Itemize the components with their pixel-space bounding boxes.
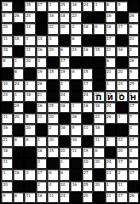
letter-cell-r9c12[interactable]: 2Н <box>128 91 140 102</box>
cell-code-number: 10 <box>61 182 66 187</box>
cell-code-number: 24 <box>3 92 8 97</box>
cell-code-number: 14 <box>38 36 43 41</box>
cell-code-number: 19 <box>38 69 43 74</box>
letter-cell-r14c1[interactable]: 18 <box>1 147 13 158</box>
black-cell-r4c6 <box>59 35 71 46</box>
cell-code-number: 16 <box>95 103 100 108</box>
letter-cell-r14c5[interactable]: 15 <box>47 147 59 158</box>
cell-code-number: 3 <box>38 58 40 63</box>
black-cell-r12c11 <box>116 124 128 135</box>
letter-cell-r13c1[interactable]: 21 <box>1 136 13 147</box>
letter-cell-r9c10[interactable]: 17И <box>105 91 117 102</box>
cell-code-number: 4 <box>49 182 51 187</box>
cell-code-number: 20 <box>26 58 31 63</box>
letter-cell-r4c3[interactable]: 1 <box>24 35 36 46</box>
letter-cell-r12c3[interactable]: 20 <box>24 124 36 135</box>
letter-cell-r6c6[interactable]: 17 <box>59 57 71 68</box>
revealed-letter: О <box>117 95 127 101</box>
letter-cell-r6c1[interactable]: 8 <box>1 57 13 68</box>
cell-code-number: 3 <box>26 170 28 175</box>
letter-cell-r14c6[interactable]: 20 <box>59 147 71 158</box>
letter-cell-r1c3[interactable]: 15 <box>24 1 36 12</box>
letter-cell-r15c9[interactable]: 20 <box>93 158 105 169</box>
cell-code-number: 6 <box>130 159 132 164</box>
letter-cell-r8c3[interactable]: 1 <box>24 80 36 91</box>
black-cell-r6c7 <box>70 57 82 68</box>
letter-cell-r12c7[interactable]: 5 <box>70 124 82 135</box>
black-cell-r13c8 <box>82 136 94 147</box>
letter-cell-r11c2[interactable]: 20 <box>13 113 25 124</box>
cell-code-number: 16 <box>38 193 43 198</box>
letter-cell-r4c1[interactable]: 11 <box>1 35 13 46</box>
black-cell-r17c12 <box>128 181 140 192</box>
letter-cell-r14c4[interactable]: 16 <box>36 147 48 158</box>
cell-code-number: 10 <box>3 81 8 86</box>
cell-code-number: 6 <box>72 69 74 74</box>
letter-cell-r11c5[interactable]: 20 <box>47 113 59 124</box>
letter-cell-r12c12[interactable]: 4 <box>128 124 140 135</box>
black-cell-r10c1 <box>1 102 13 113</box>
letter-cell-r11c4[interactable]: 11 <box>36 113 48 124</box>
letter-cell-r18c1[interactable]: 9 <box>1 192 13 203</box>
cell-code-number: 15 <box>49 148 54 153</box>
letter-cell-r13c4[interactable]: 1 <box>36 136 48 147</box>
letter-cell-r5c11[interactable]: 16 <box>116 46 128 57</box>
black-cell-r4c8 <box>82 35 94 46</box>
letter-cell-r17c6[interactable]: 10 <box>59 181 71 192</box>
letter-cell-r5c9[interactable]: 15 <box>93 46 105 57</box>
cell-code-number: 25 <box>49 103 54 108</box>
letter-cell-r15c12[interactable]: 6 <box>128 158 140 169</box>
cell-code-number: 19 <box>61 69 66 74</box>
cell-code-number: 20 <box>49 47 54 52</box>
cell-code-number: 18 <box>3 148 8 153</box>
cell-code-number: 6 <box>95 24 97 29</box>
cell-code-number: 7 <box>130 114 132 119</box>
letter-cell-r7c5[interactable]: 15 <box>47 68 59 79</box>
cell-code-number: 24 <box>84 2 89 7</box>
cell-code-number: 11 <box>72 148 77 153</box>
cell-code-number: 1 <box>61 159 63 164</box>
cell-code-number: 16 <box>118 47 123 52</box>
letter-cell-r15c4[interactable]: 3 <box>36 158 48 169</box>
black-cell-r9c7 <box>70 91 82 102</box>
cell-code-number: 16 <box>72 137 77 142</box>
cell-code-number: 11 <box>38 114 43 119</box>
letter-cell-r6c2[interactable]: 1 <box>13 57 25 68</box>
letter-cell-r14c8[interactable]: 19 <box>82 147 94 158</box>
cell-code-number: 1 <box>72 103 74 108</box>
letter-cell-r7c12[interactable]: 9 <box>128 68 140 79</box>
cell-code-number: 6 <box>61 47 63 52</box>
cell-code-number: 20 <box>15 114 20 119</box>
letter-cell-r3c11[interactable]: 17 <box>116 23 128 34</box>
letter-cell-r14c7[interactable]: 11 <box>70 147 82 158</box>
cell-code-number: 1 <box>49 2 51 7</box>
letter-cell-r6c12[interactable]: 26 <box>128 57 140 68</box>
letter-cell-r1c11[interactable]: 5 <box>116 1 128 12</box>
letter-cell-r13c5[interactable]: 20 <box>47 136 59 147</box>
cell-code-number: 17 <box>107 36 112 41</box>
cell-code-number: 15 <box>84 69 89 74</box>
letter-cell-r4c7[interactable]: 6 <box>70 35 82 46</box>
letter-cell-r2c2[interactable]: 26 <box>13 12 25 23</box>
letter-cell-r9c2[interactable]: 1 <box>13 91 25 102</box>
letter-cell-r3c12[interactable]: 6 <box>128 23 140 34</box>
black-cell-r12c4 <box>36 124 48 135</box>
black-cell-r11c6 <box>59 113 71 124</box>
letter-cell-r16c1[interactable]: 1 <box>1 169 13 180</box>
letter-cell-r11c11[interactable]: 1 <box>116 113 128 124</box>
letter-cell-r18c8[interactable]: 20 <box>82 192 94 203</box>
cell-code-number: 3 <box>38 159 40 164</box>
cell-code-number: 15 <box>95 47 100 52</box>
letter-cell-r18c3[interactable]: 11 <box>24 192 36 203</box>
cell-code-number: 25 <box>84 182 89 187</box>
letter-cell-r5c4[interactable]: 16 <box>36 46 48 57</box>
letter-cell-r8c10[interactable]: 1 <box>105 80 117 91</box>
letter-cell-r15c6[interactable]: 1 <box>59 158 71 169</box>
letter-cell-r16c3[interactable]: 3 <box>24 169 36 180</box>
letter-cell-r13c7[interactable]: 16 <box>70 136 82 147</box>
letter-cell-r3c8[interactable]: 16 <box>82 23 94 34</box>
black-cell-r5c2 <box>13 46 25 57</box>
letter-cell-r5c1[interactable]: 18 <box>1 46 13 57</box>
letter-cell-r16c5[interactable]: 6 <box>47 169 59 180</box>
letter-cell-r13c9[interactable]: 11 <box>93 136 105 147</box>
letter-cell-r10c10[interactable]: 24 <box>105 102 117 113</box>
letter-cell-r6c4[interactable]: 3 <box>36 57 48 68</box>
cell-code-number: 21 <box>107 69 112 74</box>
letter-cell-r3c5[interactable]: 22 <box>47 23 59 34</box>
black-cell-r9c5 <box>47 91 59 102</box>
letter-cell-r5c12[interactable]: 2 <box>128 46 140 57</box>
cell-code-number: 16 <box>61 125 66 130</box>
letter-cell-r6c3[interactable]: 20 <box>24 57 36 68</box>
cell-code-number: 11 <box>84 125 89 130</box>
letter-cell-r4c10[interactable]: 17 <box>105 35 117 46</box>
cell-code-number: 20 <box>84 193 89 198</box>
cell-code-number: 13 <box>107 170 112 175</box>
letter-cell-r1c10[interactable]: 6 <box>105 1 117 12</box>
cell-code-number: 15 <box>49 69 54 74</box>
letter-cell-r12c9[interactable]: 16 <box>93 124 105 135</box>
letter-cell-r4c5[interactable]: 3 <box>47 35 59 46</box>
cell-code-number: 20 <box>3 182 8 187</box>
cell-code-number: 20 <box>26 125 31 130</box>
letter-cell-r14c11[interactable]: 20 <box>116 147 128 158</box>
cell-code-number: 1 <box>3 170 5 175</box>
letter-cell-r1c5[interactable]: 1 <box>47 1 59 12</box>
letter-cell-r5c10[interactable]: 11 <box>105 46 117 57</box>
letter-cell-r17c4[interactable]: 2 <box>36 181 48 192</box>
letter-cell-r11c9[interactable]: 22 <box>93 113 105 124</box>
letter-cell-r3c3[interactable]: 14 <box>24 23 36 34</box>
letter-cell-r5c3[interactable]: 11 <box>24 46 36 57</box>
letter-cell-r8c6[interactable]: 1 <box>59 80 71 91</box>
cell-code-number: 17 <box>118 24 123 29</box>
letter-cell-r1c9[interactable]: 1 <box>93 1 105 12</box>
revealed-letter: И <box>106 95 116 101</box>
black-cell-r10c11 <box>116 102 128 113</box>
cell-code-number: 16 <box>15 170 20 175</box>
cell-code-number: 17 <box>130 137 135 142</box>
letter-cell-r18c5[interactable]: 11 <box>47 192 59 203</box>
cell-code-number: 26 <box>15 13 20 18</box>
cell-code-number: 26 <box>72 114 77 119</box>
cell-code-number: 25 <box>130 81 135 86</box>
letter-cell-r11c3[interactable]: 5 <box>24 113 36 124</box>
cell-code-number: 4 <box>130 125 132 130</box>
letter-cell-r9c6[interactable]: 24 <box>59 91 71 102</box>
cell-code-number: 2 <box>72 24 74 29</box>
cell-code-number: 24 <box>107 103 112 108</box>
letter-cell-r12c1[interactable]: 16 <box>1 124 13 135</box>
cell-code-number: 6 <box>15 69 17 74</box>
letter-cell-r8c1[interactable]: 10 <box>1 80 13 91</box>
letter-cell-r3c7[interactable]: 2 <box>70 23 82 34</box>
letter-cell-r4c4[interactable]: 14 <box>36 35 48 46</box>
cell-code-number: 21 <box>38 92 43 97</box>
cell-code-number: 24 <box>84 92 89 97</box>
letter-cell-r7c8[interactable]: 15 <box>82 68 94 79</box>
letter-cell-r11c1[interactable]: 11 <box>1 113 13 124</box>
cell-code-number: 19 <box>84 148 89 153</box>
letter-cell-r17c1[interactable]: 20 <box>1 181 13 192</box>
cell-code-number: 6 <box>107 2 109 7</box>
letter-cell-r5c5[interactable]: 20 <box>47 46 59 57</box>
cell-code-number: 24 <box>26 13 31 18</box>
cell-code-number: 11 <box>107 47 112 52</box>
letter-cell-r13c10[interactable]: 1 <box>105 136 117 147</box>
letter-cell-r1c7[interactable]: 16 <box>70 1 82 12</box>
letter-cell-r17c11[interactable]: 11 <box>116 181 128 192</box>
cell-code-number: 1 <box>15 58 17 63</box>
cell-code-number: 11 <box>3 114 8 119</box>
letter-cell-r7c6[interactable]: 19 <box>59 68 71 79</box>
letter-cell-r2c12[interactable]: 26 <box>128 12 140 23</box>
cell-code-number: 9 <box>130 69 132 74</box>
letter-cell-r2c10[interactable]: 16 <box>105 12 117 23</box>
letter-cell-r17c5[interactable]: 4 <box>47 181 59 192</box>
letter-cell-r1c8[interactable]: 24 <box>82 1 94 12</box>
letter-cell-r14c9[interactable]: 6 <box>93 147 105 158</box>
letter-cell-r11c12[interactable]: 7 <box>128 113 140 124</box>
letter-cell-r2c7[interactable]: 22 <box>70 12 82 23</box>
cell-code-number: 1 <box>107 81 109 86</box>
letter-cell-r15c11[interactable]: 17 <box>116 158 128 169</box>
black-cell-r6c9 <box>93 57 105 68</box>
letter-cell-r5c7[interactable]: 24 <box>70 46 82 57</box>
cell-code-number: 16 <box>3 2 8 7</box>
letter-cell-r16c11[interactable]: 2 <box>116 169 128 180</box>
letter-cell-r8c2[interactable]: 24 <box>13 80 25 91</box>
letter-cell-r17c9[interactable]: 20 <box>93 181 105 192</box>
cell-code-number: 4 <box>130 148 132 153</box>
letter-cell-r9c9[interactable]: 26П <box>93 91 105 102</box>
letter-cell-r2c3[interactable]: 24 <box>24 12 36 23</box>
revealed-letter: П <box>94 95 104 101</box>
black-cell-r7c1 <box>1 68 13 79</box>
letter-cell-r3c9[interactable]: 6 <box>93 23 105 34</box>
cell-code-number: 6 <box>15 137 17 142</box>
black-cell-r1c2 <box>13 1 25 12</box>
letter-cell-r10c8[interactable]: 16 <box>82 102 94 113</box>
black-cell-r7c3 <box>24 68 36 79</box>
letter-cell-r15c8[interactable]: 10 <box>82 158 94 169</box>
cell-code-number: 16 <box>84 103 89 108</box>
cell-code-number: 16 <box>72 2 77 7</box>
black-cell-r16c7 <box>70 169 82 180</box>
letter-cell-r18c11[interactable]: 17 <box>116 192 128 203</box>
cell-code-number: 16 <box>84 24 89 29</box>
letter-cell-r13c3[interactable]: 6 <box>24 136 36 147</box>
letter-cell-r18c10[interactable]: 11 <box>105 192 117 203</box>
letter-cell-r9c8[interactable]: 24 <box>82 91 94 102</box>
cell-code-number: 1 <box>118 114 120 119</box>
letter-cell-r7c10[interactable]: 21 <box>105 68 117 79</box>
letter-cell-r6c10[interactable]: 6 <box>105 57 117 68</box>
cell-code-number: 1 <box>61 81 63 86</box>
letter-cell-r8c8[interactable]: 17 <box>82 80 94 91</box>
letter-cell-r7c4[interactable]: 19 <box>36 68 48 79</box>
letter-cell-r18c2[interactable]: 6 <box>13 192 25 203</box>
letter-cell-r9c3[interactable]: 18 <box>24 91 36 102</box>
letter-cell-r7c7[interactable]: 6 <box>70 68 82 79</box>
letter-cell-r16c12[interactable]: 17 <box>128 169 140 180</box>
letter-cell-r10c4[interactable]: 16 <box>36 102 48 113</box>
letter-cell-r8c4[interactable]: 26 <box>36 80 48 91</box>
letter-cell-r11c10[interactable]: 26 <box>105 113 117 124</box>
letter-cell-r16c6[interactable]: 6 <box>59 169 71 180</box>
letter-cell-r10c2[interactable]: 24 <box>13 102 25 113</box>
letter-cell-r5c8[interactable]: 16 <box>82 46 94 57</box>
cell-code-number: 3 <box>49 36 51 41</box>
letter-cell-r15c10[interactable]: 24 <box>105 158 117 169</box>
black-cell-r6c5 <box>47 57 59 68</box>
cell-code-number: 15 <box>26 2 31 7</box>
cell-code-number: 18 <box>26 92 31 97</box>
letter-cell-r13c11[interactable]: 12 <box>116 136 128 147</box>
letter-cell-r15c1[interactable]: 11 <box>1 158 13 169</box>
letter-cell-r9c4[interactable]: 21 <box>36 91 48 102</box>
letter-cell-r2c6[interactable]: 18 <box>59 12 71 23</box>
letter-cell-r3c6[interactable]: 20 <box>59 23 71 34</box>
black-cell-r2c8 <box>82 12 94 23</box>
cell-code-number: 6 <box>107 58 109 63</box>
cell-code-number: 18 <box>61 13 66 18</box>
cell-code-number: 26 <box>38 81 43 86</box>
cell-code-number: 11 <box>107 193 112 198</box>
cell-code-number: 11 <box>3 159 8 164</box>
cell-code-number: 5 <box>72 125 74 130</box>
letter-cell-r18c4[interactable]: 16 <box>36 192 48 203</box>
letter-cell-r5c6[interactable]: 6 <box>59 46 71 57</box>
cell-code-number: 26 <box>130 13 135 18</box>
letter-cell-r2c5[interactable]: 16 <box>47 12 59 23</box>
black-cell-r4c9 <box>93 35 105 46</box>
letter-cell-r3c1[interactable]: 20 <box>1 23 13 34</box>
cell-code-number: 8 <box>3 58 5 63</box>
cell-code-number: 24 <box>15 81 20 86</box>
cell-code-number: 25 <box>61 2 66 7</box>
letter-cell-r17c8[interactable]: 25 <box>82 181 94 192</box>
letter-cell-r16c2[interactable]: 16 <box>13 169 25 180</box>
letter-cell-r17c10[interactable]: 1 <box>105 181 117 192</box>
cell-code-number: 20 <box>118 148 123 153</box>
cell-code-number: 6 <box>49 170 51 175</box>
letter-cell-r9c11[interactable]: 16О <box>116 91 128 102</box>
cell-code-number: 20 <box>61 24 66 29</box>
letter-cell-r17c7[interactable]: 16 <box>70 181 82 192</box>
letter-cell-r9c1[interactable]: 24 <box>1 91 13 102</box>
revealed-letter: Н <box>129 95 139 101</box>
cell-code-number: 26 <box>130 58 135 63</box>
letter-cell-r1c4[interactable]: 17 <box>36 1 48 12</box>
cell-code-number: 21 <box>130 36 135 41</box>
letter-cell-r10c6[interactable]: 16 <box>59 102 71 113</box>
cell-code-number: 14 <box>26 24 31 29</box>
letter-cell-r12c6[interactable]: 16 <box>59 124 71 135</box>
letter-cell-r4c12[interactable]: 21 <box>128 35 140 46</box>
letter-cell-r12c5[interactable]: 2 <box>47 124 59 135</box>
cell-code-number: 16 <box>61 103 66 108</box>
letter-cell-r13c12[interactable]: 17 <box>128 136 140 147</box>
letter-cell-r10c9[interactable]: 16 <box>93 102 105 113</box>
cell-code-number: 6 <box>72 36 74 41</box>
letter-cell-r18c6[interactable]: 24 <box>59 192 71 203</box>
cell-code-number: 11 <box>26 47 31 52</box>
cell-code-number: 2 <box>38 182 40 187</box>
cell-code-number: 20 <box>95 182 100 187</box>
letter-cell-r16c10[interactable]: 13 <box>105 169 117 180</box>
letter-cell-r8c11[interactable]: 24 <box>116 80 128 91</box>
letter-cell-r2c1[interactable]: 8 <box>1 12 13 23</box>
cell-code-number: 11 <box>118 182 123 187</box>
letter-cell-r7c2[interactable]: 6 <box>13 68 25 79</box>
letter-cell-r1c1[interactable]: 16 <box>1 1 13 12</box>
letter-cell-r10c12[interactable]: 17 <box>128 102 140 113</box>
letter-cell-r14c12[interactable]: 4 <box>128 147 140 158</box>
cell-code-number: 16 <box>38 148 43 153</box>
cell-code-number: 16 <box>84 47 89 52</box>
cell-code-number: 1 <box>107 137 109 142</box>
cell-code-number: 17 <box>38 2 43 7</box>
letter-cell-r16c8[interactable]: 27 <box>82 169 94 180</box>
cell-code-number: 20 <box>49 114 54 119</box>
black-cell-r15c3 <box>24 158 36 169</box>
letter-cell-r1c6[interactable]: 25 <box>59 1 71 12</box>
letter-cell-r13c2[interactable]: 6 <box>13 136 25 147</box>
letter-cell-r4c2[interactable]: 18 <box>13 35 25 46</box>
black-cell-r18c7 <box>70 192 82 203</box>
letter-cell-r7c11[interactable]: 20 <box>116 68 128 79</box>
letter-cell-r18c12[interactable]: 26 <box>128 192 140 203</box>
letter-cell-r10c7[interactable]: 1 <box>70 102 82 113</box>
letter-cell-r3c10[interactable]: 16 <box>105 23 117 34</box>
letter-cell-r8c12[interactable]: 25 <box>128 80 140 91</box>
letter-cell-r16c4[interactable]: 17 <box>36 169 48 180</box>
cell-code-number: 16 <box>107 24 112 29</box>
letter-cell-r12c8[interactable]: 11 <box>82 124 94 135</box>
letter-cell-r10c5[interactable]: 25 <box>47 102 59 113</box>
black-cell-r16c9 <box>93 169 105 180</box>
cell-code-number: 10 <box>84 159 89 164</box>
cell-code-number: 17 <box>130 103 135 108</box>
cell-code-number: 2 <box>130 47 132 52</box>
letter-cell-r11c7[interactable]: 26 <box>70 113 82 124</box>
cell-code-number: 24 <box>107 159 112 164</box>
